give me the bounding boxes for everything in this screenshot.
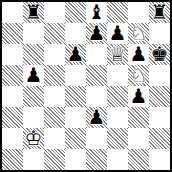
square-e6[interactable] — [86, 44, 107, 65]
square-g7[interactable]: ♞♘ — [128, 23, 149, 44]
square-f5[interactable] — [107, 65, 128, 86]
square-f3[interactable] — [107, 107, 128, 128]
white-knight-outline: ♘ — [128, 23, 149, 44]
square-f4[interactable] — [107, 86, 128, 107]
square-b5[interactable]: ♟ — [23, 65, 44, 86]
black-pawn: ♟ — [130, 44, 148, 65]
white-knight: ♞♘ — [128, 65, 149, 86]
square-h2[interactable] — [149, 128, 170, 149]
black-pawn: ♟ — [25, 65, 43, 86]
square-b7[interactable] — [23, 23, 44, 44]
square-g1[interactable] — [128, 149, 149, 170]
black-pawn: ♟ — [88, 23, 106, 44]
black-pawn: ♟ — [88, 107, 106, 128]
square-e5[interactable] — [86, 65, 107, 86]
white-queen: ♛♕ — [107, 44, 128, 65]
white-knight-outline: ♘ — [128, 65, 149, 86]
white-knight: ♞♘ — [128, 23, 149, 44]
white-king: ♚♔ — [23, 128, 44, 149]
square-g8[interactable] — [128, 2, 149, 23]
square-d1[interactable] — [65, 149, 86, 170]
square-c3[interactable] — [44, 107, 65, 128]
square-a5[interactable] — [2, 65, 23, 86]
square-f6[interactable]: ♛♕ — [107, 44, 128, 65]
square-c5[interactable] — [44, 65, 65, 86]
square-d4[interactable] — [65, 86, 86, 107]
square-a1[interactable] — [2, 149, 23, 170]
square-h7[interactable] — [149, 23, 170, 44]
square-e2[interactable] — [86, 128, 107, 149]
square-f1[interactable] — [107, 149, 128, 170]
square-g5[interactable]: ♞♘ — [128, 65, 149, 86]
square-f2[interactable] — [107, 128, 128, 149]
black-rook: ♜ — [151, 2, 169, 23]
square-a8[interactable] — [2, 2, 23, 23]
square-d2[interactable] — [65, 128, 86, 149]
square-e7[interactable]: ♟ — [86, 23, 107, 44]
square-b1[interactable] — [23, 149, 44, 170]
square-c2[interactable] — [44, 128, 65, 149]
square-e8[interactable]: ♝ — [86, 2, 107, 23]
square-a7[interactable] — [2, 23, 23, 44]
square-c4[interactable] — [44, 86, 65, 107]
square-h1[interactable] — [149, 149, 170, 170]
white-queen-outline: ♕ — [107, 44, 128, 65]
square-h6[interactable]: ♚ — [149, 44, 170, 65]
black-pawn: ♟ — [109, 23, 127, 44]
square-c6[interactable] — [44, 44, 65, 65]
square-a6[interactable] — [2, 44, 23, 65]
black-bishop: ♝ — [88, 2, 106, 23]
black-king: ♚ — [151, 44, 169, 65]
square-c8[interactable] — [44, 2, 65, 23]
black-pawn: ♟ — [130, 86, 148, 107]
square-h4[interactable] — [149, 86, 170, 107]
square-g4[interactable]: ♟ — [128, 86, 149, 107]
chess-board: ♜♝♜♟♟♞♘♟♛♕♟♚♟♞♘♟♟♚♔ — [2, 2, 170, 170]
square-d8[interactable] — [65, 2, 86, 23]
black-rook: ♜ — [25, 2, 43, 23]
square-h8[interactable]: ♜ — [149, 2, 170, 23]
square-c1[interactable] — [44, 149, 65, 170]
square-g2[interactable] — [128, 128, 149, 149]
square-h5[interactable] — [149, 65, 170, 86]
square-a3[interactable] — [2, 107, 23, 128]
square-e4[interactable] — [86, 86, 107, 107]
square-d7[interactable] — [65, 23, 86, 44]
square-b6[interactable] — [23, 44, 44, 65]
square-g3[interactable] — [128, 107, 149, 128]
square-a2[interactable] — [2, 128, 23, 149]
square-f8[interactable] — [107, 2, 128, 23]
square-g6[interactable]: ♟ — [128, 44, 149, 65]
square-f7[interactable]: ♟ — [107, 23, 128, 44]
square-e1[interactable] — [86, 149, 107, 170]
square-a4[interactable] — [2, 86, 23, 107]
chess-board-frame: ♜♝♜♟♟♞♘♟♛♕♟♚♟♞♘♟♟♚♔ — [0, 0, 172, 172]
square-b4[interactable] — [23, 86, 44, 107]
square-d5[interactable] — [65, 65, 86, 86]
square-c7[interactable] — [44, 23, 65, 44]
white-king-outline: ♔ — [23, 128, 44, 149]
square-b8[interactable]: ♜ — [23, 2, 44, 23]
square-d6[interactable]: ♟ — [65, 44, 86, 65]
square-e3[interactable]: ♟ — [86, 107, 107, 128]
square-d3[interactable] — [65, 107, 86, 128]
black-pawn: ♟ — [67, 44, 85, 65]
square-b2[interactable]: ♚♔ — [23, 128, 44, 149]
square-b3[interactable] — [23, 107, 44, 128]
square-h3[interactable] — [149, 107, 170, 128]
